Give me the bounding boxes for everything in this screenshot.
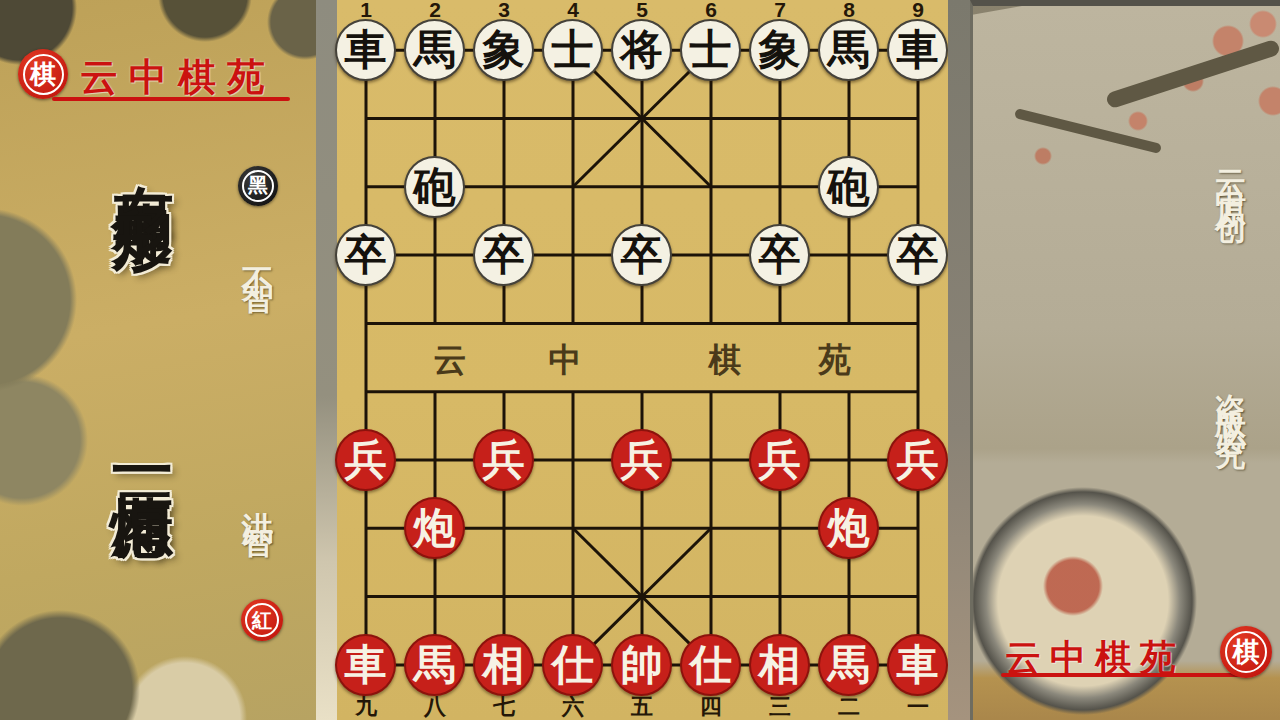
note-original: 云中原创 bbox=[1209, 146, 1251, 202]
piece-black-cannon[interactable]: 砲 bbox=[818, 156, 879, 218]
logo-underline-bottom-right bbox=[1001, 673, 1253, 677]
piece-red-elephant[interactable]: 相 bbox=[749, 634, 810, 696]
video-frame: 棋 云中棋苑 布局疑形 一厢情愿 黑 不智 洪智 紅 123456789 云中棋… bbox=[0, 0, 1280, 720]
piece-black-soldier[interactable]: 卒 bbox=[335, 224, 396, 286]
piece-black-cannon[interactable]: 砲 bbox=[404, 156, 465, 218]
piece-black-chariot[interactable]: 車 bbox=[887, 19, 948, 81]
qi-seal-character: 棋 bbox=[23, 54, 64, 95]
piece-red-chariot[interactable]: 車 bbox=[887, 634, 948, 696]
qi-seal-badge-bottom-right: 棋 bbox=[1220, 626, 1272, 678]
piece-black-soldier[interactable]: 卒 bbox=[887, 224, 948, 286]
piece-red-general[interactable]: 帥 bbox=[611, 634, 672, 696]
qi-seal-badge-top-left: 棋 bbox=[18, 49, 68, 99]
black-badge-character: 黑 bbox=[242, 170, 275, 203]
left-panel: 棋 云中棋苑 布局疑形 一厢情愿 黑 不智 洪智 紅 bbox=[0, 0, 316, 720]
site-logo-text-top-left: 云中棋苑 bbox=[80, 52, 276, 103]
piece-black-soldier[interactable]: 卒 bbox=[611, 224, 672, 286]
piece-red-soldier[interactable]: 兵 bbox=[887, 429, 948, 491]
piece-black-horse[interactable]: 馬 bbox=[818, 19, 879, 81]
piece-red-horse[interactable]: 馬 bbox=[404, 634, 465, 696]
black-player-name: 不智 bbox=[236, 242, 280, 270]
piece-red-soldier[interactable]: 兵 bbox=[611, 429, 672, 491]
piece-red-soldier[interactable]: 兵 bbox=[335, 429, 396, 491]
piece-layer: 車馬象士将士象馬車砲砲卒卒卒卒卒兵兵兵兵兵炮炮車馬相仕帥仕相馬車 bbox=[331, 16, 952, 699]
logo-underline-top-left bbox=[52, 97, 290, 101]
piece-black-horse[interactable]: 馬 bbox=[404, 19, 465, 81]
piece-black-elephant[interactable]: 象 bbox=[473, 19, 534, 81]
piece-red-cannon[interactable]: 炮 bbox=[818, 497, 879, 559]
series-title-top: 布局疑形 bbox=[100, 136, 184, 172]
red-side-badge: 紅 bbox=[241, 599, 283, 641]
piece-red-advisor[interactable]: 仕 bbox=[542, 634, 603, 696]
piece-black-soldier[interactable]: 卒 bbox=[749, 224, 810, 286]
red-player-name: 洪智 bbox=[236, 486, 280, 514]
piece-red-cannon[interactable]: 炮 bbox=[404, 497, 465, 559]
piece-black-general[interactable]: 将 bbox=[611, 19, 672, 81]
piece-black-chariot[interactable]: 車 bbox=[335, 19, 396, 81]
piece-black-soldier[interactable]: 卒 bbox=[473, 224, 534, 286]
piece-black-advisor[interactable]: 士 bbox=[680, 19, 741, 81]
series-title-bottom: 一厢情愿 bbox=[100, 438, 184, 454]
divider-right bbox=[948, 0, 970, 720]
piece-black-elephant[interactable]: 象 bbox=[749, 19, 810, 81]
piece-red-elephant[interactable]: 相 bbox=[473, 634, 534, 696]
note-copyright: 盗版必究 bbox=[1209, 369, 1251, 425]
piece-red-chariot[interactable]: 車 bbox=[335, 634, 396, 696]
red-badge-character: 紅 bbox=[245, 603, 279, 637]
plum-branch-icon bbox=[1014, 108, 1162, 154]
xiangqi-board[interactable]: 123456789 云中棋苑 九八七六五四三二一 車馬象士将士象馬車砲砲卒卒卒卒… bbox=[337, 0, 948, 720]
piece-black-advisor[interactable]: 士 bbox=[542, 19, 603, 81]
right-panel: 布局探秘 云中原创 盗版必究 云中棋苑 棋 bbox=[970, 0, 1280, 720]
piece-red-soldier[interactable]: 兵 bbox=[749, 429, 810, 491]
black-side-badge: 黑 bbox=[238, 166, 278, 206]
piece-red-soldier[interactable]: 兵 bbox=[473, 429, 534, 491]
piece-red-horse[interactable]: 馬 bbox=[818, 634, 879, 696]
qi-seal-character: 棋 bbox=[1225, 631, 1268, 674]
piece-red-advisor[interactable]: 仕 bbox=[680, 634, 741, 696]
plum-branch-icon bbox=[1105, 39, 1280, 110]
